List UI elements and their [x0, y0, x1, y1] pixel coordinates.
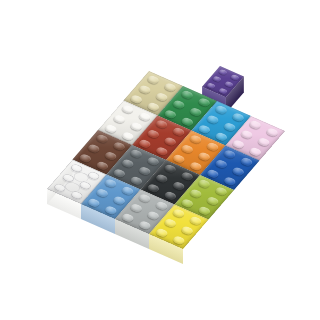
stud [171, 126, 186, 136]
stud [188, 107, 203, 117]
stud [222, 149, 237, 159]
stud [231, 166, 246, 176]
stud [120, 213, 135, 223]
stud [103, 205, 118, 215]
stud [120, 158, 135, 168]
stud [86, 143, 101, 153]
stud [103, 151, 118, 161]
stud [205, 141, 220, 151]
stud [112, 141, 127, 151]
stud [231, 112, 246, 122]
stud [197, 178, 212, 188]
stud [146, 210, 161, 220]
stud [137, 220, 152, 230]
stud [214, 159, 229, 169]
stud [214, 186, 229, 196]
stud [171, 208, 186, 218]
stud [154, 228, 169, 238]
stud [212, 75, 223, 82]
stud [218, 68, 229, 75]
stud [180, 171, 195, 181]
stud [95, 188, 110, 198]
stud [188, 134, 203, 144]
stud [129, 121, 144, 131]
stud [222, 122, 237, 132]
brick-grid [47, 71, 285, 249]
stud [239, 129, 254, 139]
stud [224, 81, 235, 88]
stud [180, 225, 195, 235]
stud [206, 82, 217, 89]
stud [197, 151, 212, 161]
stud [137, 84, 152, 94]
stud [171, 235, 186, 245]
stud [188, 215, 203, 225]
stud [239, 156, 254, 166]
stud [86, 198, 101, 208]
stud [129, 203, 144, 213]
stud [154, 92, 169, 102]
stud [171, 181, 186, 191]
stud [154, 173, 169, 183]
stud [197, 97, 212, 107]
stud [205, 196, 220, 206]
stud [112, 114, 127, 124]
stud [205, 114, 220, 124]
stud [163, 82, 178, 92]
stud [154, 200, 169, 210]
stud [188, 188, 203, 198]
stud [120, 185, 135, 195]
stud [95, 133, 110, 143]
stud [146, 74, 161, 84]
stud [103, 178, 118, 188]
stud [171, 99, 186, 109]
stud [214, 104, 229, 114]
stud [146, 129, 161, 139]
stud [163, 136, 178, 146]
stud [180, 89, 195, 99]
stud [218, 87, 229, 94]
stud [137, 166, 152, 176]
stud [180, 144, 195, 154]
stud [230, 74, 241, 81]
stud [120, 104, 135, 114]
stud [137, 193, 152, 203]
stud [154, 119, 169, 129]
stud [256, 137, 271, 147]
stud [265, 127, 280, 137]
stud [248, 119, 263, 129]
lego-bricks-photo [0, 0, 320, 320]
stud [146, 156, 161, 166]
stud [163, 218, 178, 228]
stud [129, 148, 144, 158]
stud [112, 195, 127, 205]
stud [163, 163, 178, 173]
stud [137, 111, 152, 121]
